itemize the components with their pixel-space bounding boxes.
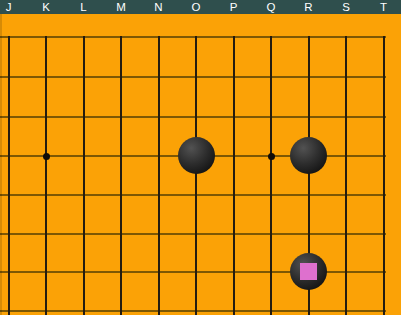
coord-label-L: L [80,0,86,14]
grid-line-row-12 [0,310,386,312]
grid-line-col-M [120,36,122,315]
last-move-marker [300,263,317,280]
grid-line-col-L [83,36,85,315]
left-edge-shadow [0,14,2,315]
coord-label-K: K [42,0,50,14]
grid-line-col-Q [270,36,272,315]
coord-label-M: M [116,0,126,14]
coord-label-Q: Q [267,0,276,14]
grid-line-col-K [45,36,47,315]
coord-label-R: R [304,0,312,14]
star-point-K16 [43,153,50,160]
coord-label-J: J [6,0,12,14]
grid-line-row-14 [0,233,386,235]
coord-label-N: N [154,0,162,14]
go-board[interactable]: JKLMNOPQRST [0,0,401,315]
coord-label-O: O [192,0,201,14]
grid-line-row-13 [0,271,386,273]
grid-line-row-15 [0,194,386,196]
black-stone-R16 [290,137,327,174]
grid-line-col-J [8,36,10,315]
grid-line-col-O [195,36,197,315]
grid-line-row-17 [0,116,386,118]
grid-line-col-N [158,36,160,315]
coord-label-P: P [230,0,238,14]
star-point-Q16 [268,153,275,160]
coord-label-T: T [380,0,387,14]
grid-line-row-18 [0,76,386,78]
black-stone-O16 [178,137,215,174]
coordinate-bar: JKLMNOPQRST [0,0,401,14]
grid-line-col-P [233,36,235,315]
grid-line-col-S [345,36,347,315]
grid-line-row-19 [0,36,386,38]
coord-label-S: S [342,0,350,14]
grid-line-col-T [383,36,385,315]
